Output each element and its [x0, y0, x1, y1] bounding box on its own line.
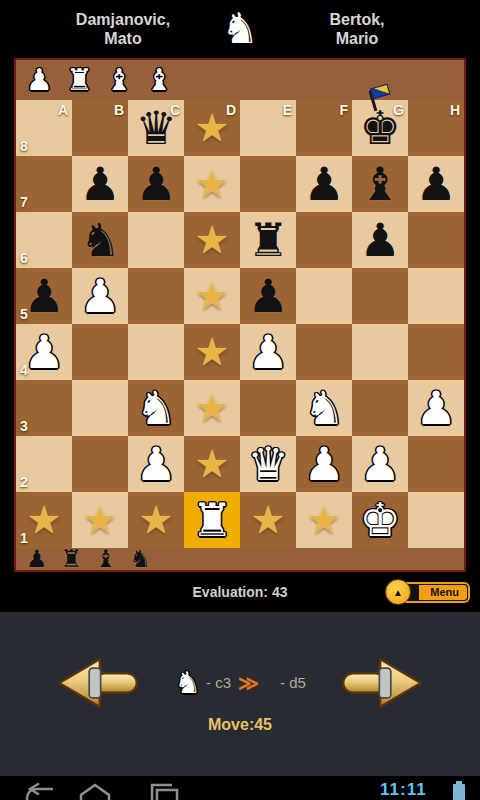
square-h2[interactable]: [408, 436, 464, 492]
square-d1[interactable]: ♜: [184, 492, 240, 548]
black-pawn: ♟: [72, 156, 128, 212]
system-bar: 11:11: [0, 776, 480, 800]
menu-button[interactable]: ▲ Menu: [385, 579, 468, 605]
move-hint-star-icon: ★: [16, 492, 72, 548]
square-a6[interactable]: 6: [16, 212, 72, 268]
square-f5[interactable]: [296, 268, 352, 324]
move-arrow-icon: ≫: [238, 671, 259, 695]
file-label-h: H: [450, 102, 460, 118]
battery-icon: [453, 784, 465, 800]
black-pawn: ♟: [296, 156, 352, 212]
square-d5[interactable]: ★: [184, 268, 240, 324]
square-c4[interactable]: [128, 324, 184, 380]
flag-triangle: [374, 85, 389, 97]
square-c5[interactable]: [128, 268, 184, 324]
file-label-b: B: [114, 102, 124, 118]
square-g1[interactable]: ♚: [352, 492, 408, 548]
captured-white-pawn: ♟: [26, 65, 53, 95]
square-a7[interactable]: 7: [16, 156, 72, 212]
square-c1[interactable]: ★: [128, 492, 184, 548]
black-rook: ♜: [240, 212, 296, 268]
captured-black-knight: ♞: [130, 547, 152, 571]
navigation-panel: ♞ - c3 ≫ - d5 Move:45: [0, 612, 480, 776]
black-bishop: ♝: [352, 156, 408, 212]
black-queen: ♛: [128, 100, 184, 156]
square-c3[interactable]: ♞: [128, 380, 184, 436]
player-black-name: Bertok, Mario: [266, 10, 448, 48]
square-e2[interactable]: ♛: [240, 436, 296, 492]
square-e5[interactable]: ♟: [240, 268, 296, 324]
player-white-name: Damjanovic, Mato: [32, 10, 214, 48]
app-screen: Damjanovic, Mato ♞ Bertok, Mario ♟♜♝♝ A8…: [0, 0, 480, 800]
captured-black-bishop: ♝: [95, 547, 117, 571]
white-pawn: ♟: [240, 324, 296, 380]
move-hint-star-icon: ★: [184, 436, 240, 492]
square-g4[interactable]: [352, 324, 408, 380]
square-e7[interactable]: [240, 156, 296, 212]
clock: 11:11: [380, 780, 427, 800]
captured-white-rook: ♜: [66, 65, 93, 95]
white-knight-icon: ♞: [214, 8, 266, 50]
square-f1[interactable]: ★: [296, 492, 352, 548]
square-d4[interactable]: ★: [184, 324, 240, 380]
move-hint-star-icon: ★: [184, 212, 240, 268]
black-pawn: ♟: [128, 156, 184, 212]
board-frame: ♟♜♝♝ A8BC♛D★EFG♚H7♟♟★♟♝♟6♞★♜♟5♟♟★♟4♟★♟3♞…: [14, 58, 466, 572]
rank-label-3: 3: [20, 418, 28, 434]
square-c8[interactable]: C♛: [128, 100, 184, 156]
black-pawn: ♟: [352, 212, 408, 268]
captured-black-pawn: ♟: [26, 547, 48, 571]
move-number-label: Move:45: [208, 716, 272, 734]
square-g2[interactable]: ♟: [352, 436, 408, 492]
move-hint-star-icon: ★: [184, 268, 240, 324]
square-f4[interactable]: [296, 324, 352, 380]
rank-label-7: 7: [20, 194, 28, 210]
square-c6[interactable]: [128, 212, 184, 268]
file-label-f: F: [339, 102, 348, 118]
menu-arrow-icon[interactable]: ▲: [385, 579, 411, 605]
square-e1[interactable]: ★: [240, 492, 296, 548]
square-b4[interactable]: [72, 324, 128, 380]
black-pawn: ♟: [16, 268, 72, 324]
square-e3[interactable]: [240, 380, 296, 436]
square-d7[interactable]: ★: [184, 156, 240, 212]
file-label-e: E: [283, 102, 292, 118]
square-f2[interactable]: ♟: [296, 436, 352, 492]
square-h8[interactable]: H: [408, 100, 464, 156]
square-a3[interactable]: 3: [16, 380, 72, 436]
captured-white-tray: ♟♜♝♝: [16, 60, 464, 100]
square-a5[interactable]: 5♟: [16, 268, 72, 324]
square-g3[interactable]: [352, 380, 408, 436]
square-b5[interactable]: ♟: [72, 268, 128, 324]
square-e6[interactable]: ♜: [240, 212, 296, 268]
white-pawn: ♟: [128, 436, 184, 492]
rank-label-2: 2: [20, 474, 28, 490]
evaluation-row: Evaluation: 43 ▲ Menu: [0, 572, 480, 612]
square-h4[interactable]: [408, 324, 464, 380]
navigation-row: ♞ - c3 ≫ - d5: [54, 655, 426, 711]
square-g6[interactable]: ♟: [352, 212, 408, 268]
black-pawn: ♟: [240, 268, 296, 324]
white-knight: ♞: [296, 380, 352, 436]
white-pawn: ♟: [352, 436, 408, 492]
square-c2[interactable]: ♟: [128, 436, 184, 492]
square-d3[interactable]: ★: [184, 380, 240, 436]
file-label-a: A: [58, 102, 68, 118]
square-h5[interactable]: [408, 268, 464, 324]
recents-button[interactable]: [148, 782, 180, 800]
square-f3[interactable]: ♞: [296, 380, 352, 436]
square-h6[interactable]: [408, 212, 464, 268]
move-hint-star-icon: ★: [184, 380, 240, 436]
square-h1[interactable]: [408, 492, 464, 548]
back-button[interactable]: [22, 782, 58, 800]
next-move-button[interactable]: [338, 655, 426, 711]
rank-label-8: 8: [20, 138, 28, 154]
move-from-label: - c3: [206, 674, 231, 691]
square-h3[interactable]: ♟: [408, 380, 464, 436]
white-pawn: ♟: [16, 324, 72, 380]
square-h7[interactable]: ♟: [408, 156, 464, 212]
last-move-info: ♞ - c3 ≫ - d5: [150, 668, 330, 698]
square-c7[interactable]: ♟: [128, 156, 184, 212]
square-f6[interactable]: [296, 212, 352, 268]
move-hint-star-icon: ★: [240, 492, 296, 548]
white-pawn: ♟: [72, 268, 128, 324]
square-b3[interactable]: [72, 380, 128, 436]
square-a2[interactable]: 2: [16, 436, 72, 492]
rank-label-6: 6: [20, 250, 28, 266]
square-b2[interactable]: [72, 436, 128, 492]
home-button[interactable]: [78, 782, 112, 800]
square-d6[interactable]: ★: [184, 212, 240, 268]
white-knight: ♞: [128, 380, 184, 436]
header: Damjanovic, Mato ♞ Bertok, Mario: [0, 0, 480, 58]
chess-board: A8BC♛D★EFG♚H7♟♟★♟♝♟6♞★♜♟5♟♟★♟4♟★♟3♞★♞♟2♟…: [16, 100, 464, 548]
captured-white-bishop: ♝: [146, 65, 173, 95]
previous-move-button[interactable]: [54, 655, 142, 711]
square-f8[interactable]: F: [296, 100, 352, 156]
white-queen: ♛: [240, 436, 296, 492]
captured-black-tray: ♟♜♝♞: [16, 548, 464, 570]
white-king: ♚: [352, 492, 408, 548]
white-rook: ♜: [184, 492, 240, 548]
white-pawn: ♟: [296, 436, 352, 492]
white-knight-icon: ♞: [174, 668, 201, 698]
square-d8[interactable]: D★: [184, 100, 240, 156]
square-e4[interactable]: ♟: [240, 324, 296, 380]
square-g7[interactable]: ♝: [352, 156, 408, 212]
square-d2[interactable]: ★: [184, 436, 240, 492]
square-a4[interactable]: 4♟: [16, 324, 72, 380]
square-a1[interactable]: 1★: [16, 492, 72, 548]
white-pawn: ♟: [408, 380, 464, 436]
move-hint-star-icon: ★: [184, 156, 240, 212]
black-knight: ♞: [72, 212, 128, 268]
square-b8[interactable]: B: [72, 100, 128, 156]
square-g5[interactable]: [352, 268, 408, 324]
move-hint-star-icon: ★: [184, 324, 240, 380]
move-to-label: - d5: [280, 674, 306, 691]
square-a8[interactable]: A8: [16, 100, 72, 156]
captured-white-bishop: ♝: [106, 65, 133, 95]
evaluation-text: Evaluation: 43: [193, 584, 288, 600]
square-b7[interactable]: ♟: [72, 156, 128, 212]
captured-black-rook: ♜: [61, 547, 83, 571]
square-e8[interactable]: E: [240, 100, 296, 156]
move-hint-star-icon: ★: [128, 492, 184, 548]
square-b6[interactable]: ♞: [72, 212, 128, 268]
square-b1[interactable]: ★: [72, 492, 128, 548]
move-hint-star-icon: ★: [184, 100, 240, 156]
black-pawn: ♟: [408, 156, 464, 212]
move-hint-star-icon: ★: [72, 492, 128, 548]
move-hint-star-icon: ★: [296, 492, 352, 548]
square-f7[interactable]: ♟: [296, 156, 352, 212]
